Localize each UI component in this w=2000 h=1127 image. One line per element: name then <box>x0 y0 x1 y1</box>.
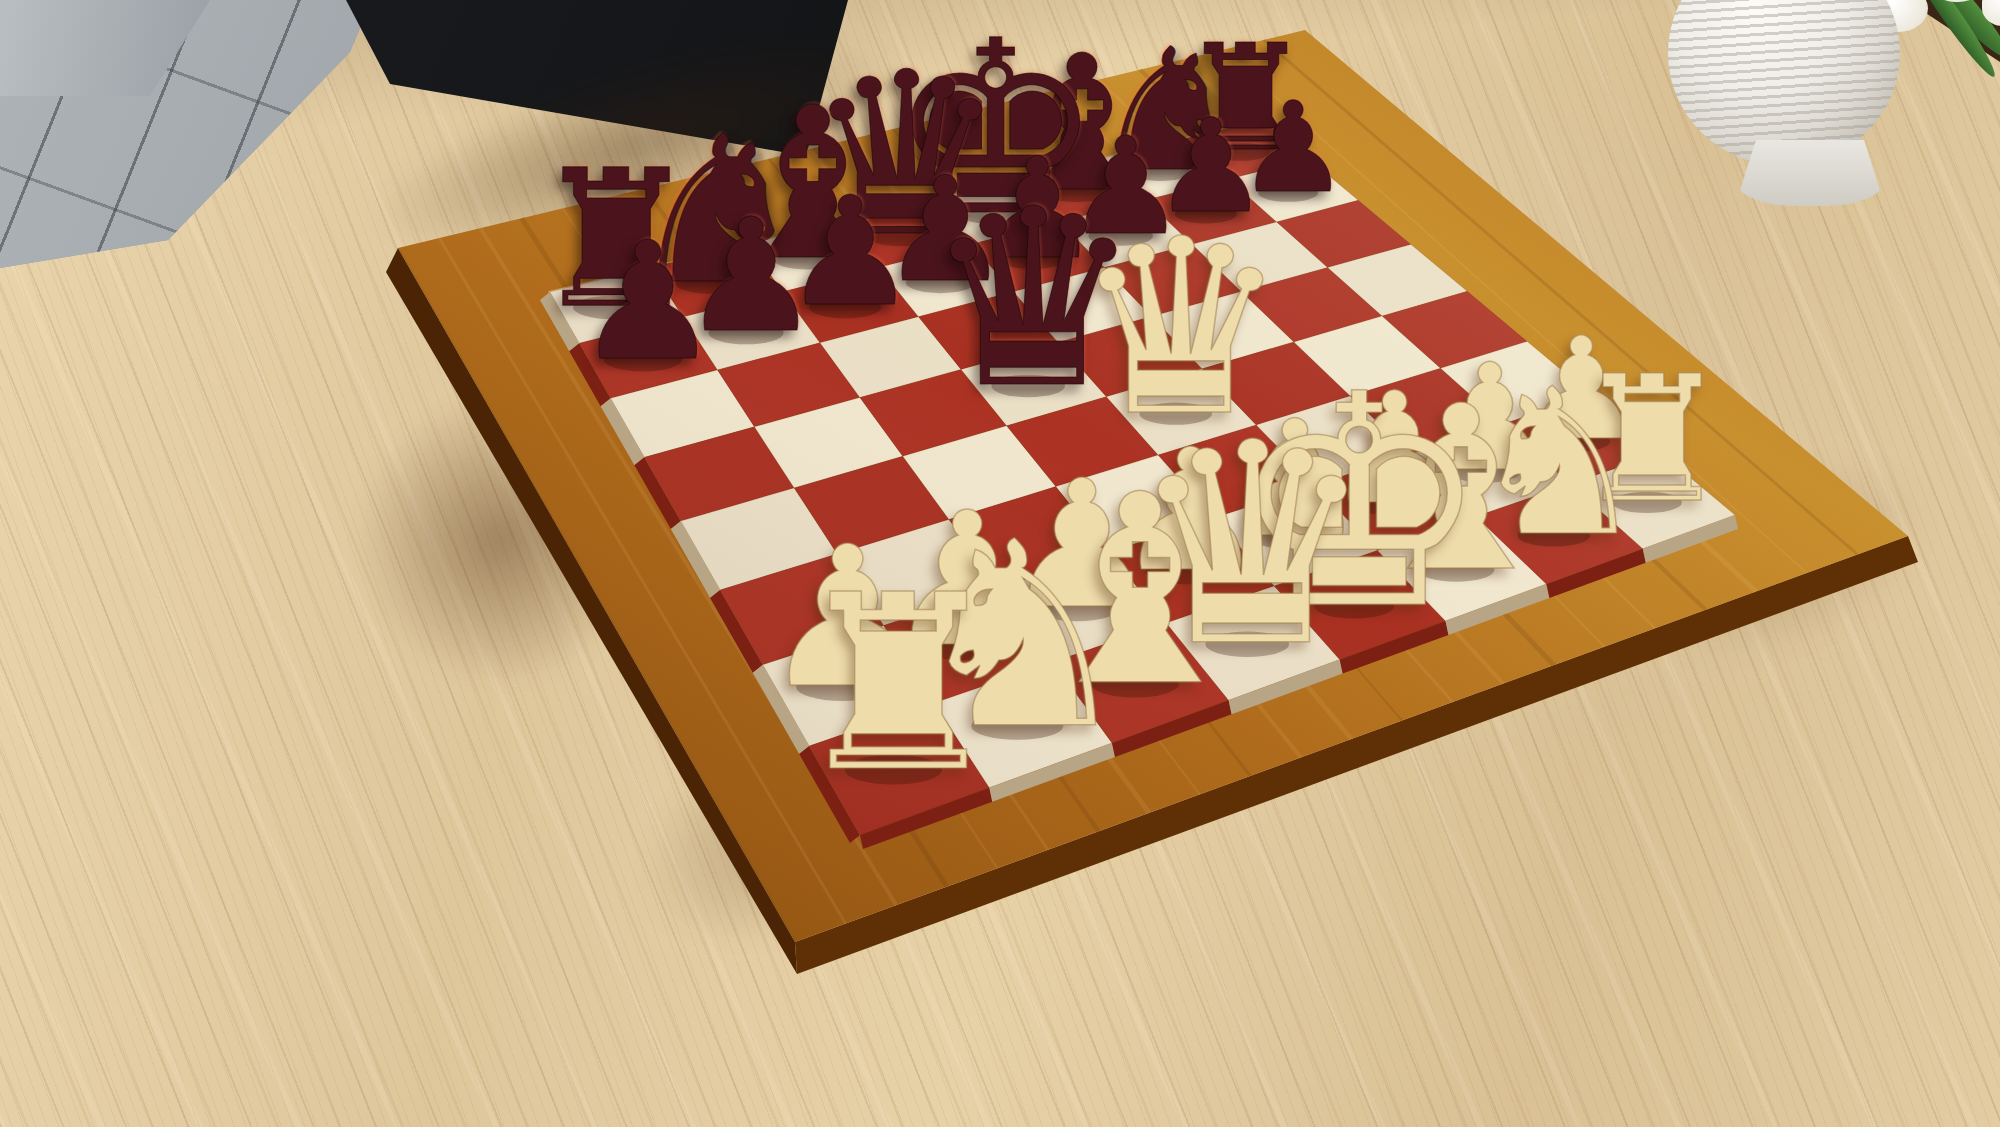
piece-white-rook-a1[interactable]: ♜ <box>790 563 1008 806</box>
piece-black-pawn-a7[interactable]: ♟ <box>575 220 721 383</box>
photo-scene: ♜♞♝♛♚♝♞♜♟♟♟♟♟♟♟♟♛♛♟♟♟♟♟♟♟♟♜♞♝♛♚♝♞♜ <box>0 0 2000 1127</box>
